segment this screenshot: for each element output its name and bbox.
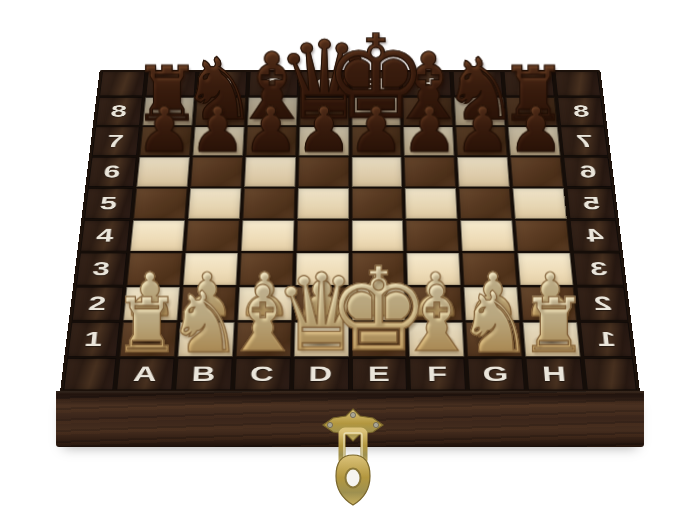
square-g5 (459, 188, 512, 218)
square-c4 (241, 220, 294, 251)
rank-label-7-right: 7 (560, 127, 608, 156)
square-g6 (457, 157, 509, 186)
square-b6 (190, 157, 242, 186)
black-pawn: ♟ (349, 99, 405, 161)
square-g4 (461, 220, 515, 251)
square-e6 (351, 157, 402, 186)
rank-label-1-right: 1 (580, 322, 633, 356)
square-e5 (351, 188, 403, 218)
coordinate-label: 5 (566, 188, 615, 218)
square-e7: ♟ (351, 127, 401, 156)
square-a7: ♟ (140, 127, 192, 156)
square-c7: ♟ (245, 127, 296, 156)
black-pawn: ♟ (136, 99, 192, 161)
square-h5 (513, 188, 567, 218)
square-b4 (185, 220, 239, 251)
black-pawn: ♟ (189, 99, 245, 161)
brass-latch-icon (313, 403, 393, 509)
latch-svg (313, 403, 393, 509)
photo-background: ABCDEFGH8♜♞♝♛♚♝♞♜87♟♟♟♟♟♟♟♟7665544332♟♟♟… (0, 0, 700, 512)
square-f7: ♟ (404, 127, 455, 156)
rank-label-6-right: 6 (563, 157, 612, 186)
rank-label-4-right: 4 (570, 220, 620, 251)
chess-board: ABCDEFGH8♜♞♝♛♚♝♞♜87♟♟♟♟♟♟♟♟7665544332♟♟♟… (60, 70, 640, 392)
square-c6 (244, 157, 296, 186)
square-d7: ♟ (298, 127, 348, 156)
square-d5 (297, 188, 349, 218)
rank-label-4-left: 4 (80, 220, 130, 251)
coordinate-label: 6 (88, 157, 137, 186)
square-c5 (242, 188, 295, 218)
black-pawn: ♟ (296, 99, 352, 161)
coordinate-label: 7 (560, 127, 608, 156)
black-pawn: ♟ (508, 99, 564, 161)
black-pawn: ♟ (455, 99, 511, 161)
square-h7: ♟ (508, 127, 560, 156)
square-f6 (404, 157, 456, 186)
coordinate-label: 6 (563, 157, 612, 186)
square-a6 (136, 157, 189, 186)
coordinate-label: 5 (84, 188, 133, 218)
square-f5 (405, 188, 458, 218)
square-d6 (298, 157, 349, 186)
square-h6 (510, 157, 563, 186)
frame-corner (584, 358, 637, 390)
square-e1: ♚ (351, 322, 406, 356)
square-b5 (188, 188, 241, 218)
square-a4 (130, 220, 185, 251)
square-a5 (133, 188, 187, 218)
black-pawn: ♟ (242, 99, 298, 161)
coordinate-label: 1 (580, 322, 633, 356)
square-g7: ♟ (456, 127, 508, 156)
rank-label-5-left: 5 (84, 188, 133, 218)
frame-corner (63, 358, 116, 390)
coordinate-label: 4 (80, 220, 130, 251)
white-king: ♚ (328, 253, 431, 368)
square-b7: ♟ (193, 127, 245, 156)
black-pawn: ♟ (402, 99, 458, 161)
rank-label-6-left: 6 (88, 157, 137, 186)
rank-label-5-right: 5 (566, 188, 615, 218)
square-h4 (515, 220, 570, 251)
coordinate-label: 4 (570, 220, 620, 251)
